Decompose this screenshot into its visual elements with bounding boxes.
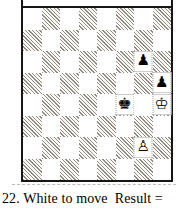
square-g4 <box>134 94 153 116</box>
white-king-image[interactable]: ♔ <box>152 94 171 115</box>
square-a2 <box>23 137 42 159</box>
black-pawn-glyph: ♟ <box>155 75 168 90</box>
square-h4: ♔ <box>153 94 172 116</box>
square-c7 <box>60 30 79 52</box>
square-g2: ♙ <box>134 137 153 159</box>
square-c5 <box>60 73 79 95</box>
square-a5 <box>23 73 42 95</box>
square-c3 <box>60 116 79 138</box>
white-pawn-glyph: ♙ <box>137 139 150 154</box>
square-g1 <box>134 159 153 181</box>
square-d6 <box>79 51 98 73</box>
square-g8 <box>134 8 153 30</box>
square-b6 <box>42 51 61 73</box>
board-border-right <box>171 0 173 182</box>
square-d3 <box>79 116 98 138</box>
square-f8 <box>116 8 135 30</box>
square-b1 <box>42 159 61 181</box>
square-f2 <box>116 137 135 159</box>
black-king-image[interactable]: ♚ <box>115 94 134 115</box>
square-b2 <box>42 137 61 159</box>
square-c1 <box>60 159 79 181</box>
square-e5 <box>97 73 116 95</box>
square-h5: ♟ <box>153 73 172 95</box>
square-e6 <box>97 51 116 73</box>
black-pawn-glyph: ♟ <box>137 53 150 68</box>
square-c4 <box>60 94 79 116</box>
chess-board: ♟♟♚♔♙ <box>23 8 171 180</box>
square-g3 <box>134 116 153 138</box>
square-a4 <box>23 94 42 116</box>
square-h1 <box>153 159 172 181</box>
white-king-glyph: ♔ <box>155 96 169 112</box>
square-d2 <box>79 137 98 159</box>
square-c6 <box>60 51 79 73</box>
square-d7 <box>79 30 98 52</box>
square-e3 <box>97 116 116 138</box>
square-e1 <box>97 159 116 181</box>
board-border-bottom <box>21 180 173 182</box>
square-e4 <box>97 94 116 116</box>
black-pawn-image[interactable]: ♟ <box>152 72 171 93</box>
black-king-glyph: ♚ <box>118 96 132 112</box>
square-h3 <box>153 116 172 138</box>
square-c8 <box>60 8 79 30</box>
square-a1 <box>23 159 42 181</box>
square-b8 <box>42 8 61 30</box>
square-h6 <box>153 51 172 73</box>
square-f1 <box>116 159 135 181</box>
square-b4 <box>42 94 61 116</box>
black-pawn-image[interactable]: ♟ <box>134 51 153 72</box>
square-c2 <box>60 137 79 159</box>
white-pawn-image[interactable]: ♙ <box>134 137 153 158</box>
square-a3 <box>23 116 42 138</box>
square-b5 <box>42 73 61 95</box>
square-h8 <box>153 8 172 30</box>
square-e7 <box>97 30 116 52</box>
square-b3 <box>42 116 61 138</box>
square-d1 <box>79 159 98 181</box>
square-h2 <box>153 137 172 159</box>
chess-diagram: ♟♟♚♔♙ 22. White to move Result = <box>0 0 178 214</box>
image-selection-dashed-line <box>12 184 176 185</box>
square-e8 <box>97 8 116 30</box>
diagram-caption: 22. White to move Result = <box>2 191 163 207</box>
square-g5 <box>134 73 153 95</box>
square-f6 <box>116 51 135 73</box>
square-a7 <box>23 30 42 52</box>
square-a8 <box>23 8 42 30</box>
square-g6: ♟ <box>134 51 153 73</box>
square-d4 <box>79 94 98 116</box>
square-g7 <box>134 30 153 52</box>
square-b7 <box>42 30 61 52</box>
square-f3 <box>116 116 135 138</box>
square-f4: ♚ <box>116 94 135 116</box>
square-h7 <box>153 30 172 52</box>
square-f7 <box>116 30 135 52</box>
square-d5 <box>79 73 98 95</box>
square-a6 <box>23 51 42 73</box>
square-e2 <box>97 137 116 159</box>
square-f5 <box>116 73 135 95</box>
square-d8 <box>79 8 98 30</box>
